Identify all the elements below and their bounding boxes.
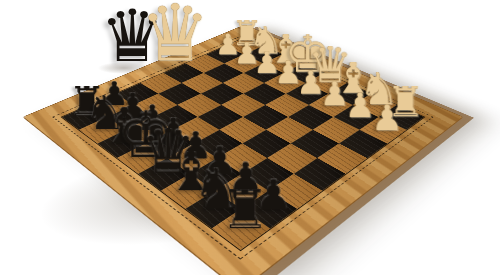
black-rook-piece[interactable]: ♜ [221, 189, 270, 231]
board-3d: ♜♟♟♜♞♟♟♞♝♟♟♝♚♟♟♚♛♟♟♛♝♟♟♝♞♟♟♞♜♟♟♜ [24, 25, 462, 275]
extra-white-queen-piece[interactable]: ♛ [140, 2, 210, 64]
piece-anchor: ♟ [378, 125, 397, 138]
scene: ♜♟♟♜♞♟♟♞♝♟♟♝♚♟♟♚♛♟♟♛♝♟♟♝♞♟♟♞♜♟♟♜ [0, 0, 500, 275]
square-a8[interactable]: ♜ [212, 209, 270, 250]
piece-anchor: ♜ [230, 221, 259, 242]
chess-set-photo: ♜♟♟♜♞♟♟♞♝♟♟♝♚♟♟♚♛♟♟♛♝♟♟♝♞♟♟♞♜♟♟♜ ♛ ♛ [0, 0, 500, 275]
white-pawn-piece[interactable]: ♟ [371, 104, 403, 132]
board-frame: ♜♟♟♜♞♟♟♞♝♟♟♝♚♟♟♚♛♟♟♛♝♟♟♝♞♟♟♞♜♟♟♜ [24, 25, 462, 275]
piece-anchor: ♟ [350, 113, 369, 126]
piece-anchor: ♟ [325, 101, 344, 113]
